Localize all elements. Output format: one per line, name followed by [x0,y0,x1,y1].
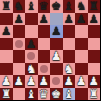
square-f3[interactable]: ♞ [63,63,76,76]
square-c6[interactable] [25,25,38,38]
move-hint-dot[interactable] [15,40,23,48]
square-f2[interactable]: ♟ [63,75,76,88]
square-f6[interactable] [63,25,76,38]
square-c1[interactable]: ♝ [25,88,38,101]
white-bishop: ♝ [26,88,36,101]
black-bishop: ♝ [64,0,74,13]
square-h5[interactable] [88,38,101,51]
square-e4[interactable]: ♟ [50,50,63,63]
square-h4[interactable] [88,50,101,63]
white-bishop: ♝ [64,88,74,101]
white-pawn: ♟ [39,75,49,88]
square-h8[interactable]: ♜ [88,0,101,13]
black-rook: ♜ [89,0,99,13]
white-pawn: ♟ [1,75,11,88]
square-g3[interactable] [75,63,88,76]
black-queen: ♛ [39,0,49,13]
black-bishop: ♝ [26,0,36,13]
square-d7[interactable]: ♟ [38,13,51,26]
square-a8[interactable]: ♜ [0,0,13,13]
square-c4[interactable] [25,50,38,63]
square-a5[interactable] [0,38,13,51]
square-e6[interactable]: ♟ [50,25,63,38]
square-c8[interactable]: ♝ [25,0,38,13]
square-g8[interactable]: ♞ [75,0,88,13]
square-d5[interactable] [38,38,51,51]
square-g6[interactable] [75,25,88,38]
white-king: ♚ [51,88,61,101]
white-pawn: ♟ [76,75,86,88]
chess-board: ♜♞♝♛♚♝♞♜♟♟♟♟♟♟♟♟♟♞♞♟♟♟♟♟♟♟♜♝♛♚♝♜ [0,0,100,100]
square-c7[interactable] [25,13,38,26]
square-h7[interactable]: ♟ [88,13,101,26]
black-pawn: ♟ [51,25,61,38]
square-a6[interactable]: ♟ [0,25,13,38]
black-pawn: ♟ [1,25,11,38]
square-b4[interactable] [13,50,26,63]
white-pawn: ♟ [64,75,74,88]
black-pawn: ♟ [39,13,49,26]
square-b1[interactable] [13,88,26,101]
square-c2[interactable]: ♟ [25,75,38,88]
square-d4[interactable] [38,50,51,63]
square-d2[interactable]: ♟ [38,75,51,88]
white-knight: ♞ [64,63,74,76]
square-g5[interactable] [75,38,88,51]
square-e1[interactable]: ♚ [50,88,63,101]
square-c5[interactable]: ♟ [25,38,38,51]
square-c3[interactable]: ♞ [25,63,38,76]
square-g7[interactable]: ♟ [75,13,88,26]
square-b6[interactable] [13,25,26,38]
move-hint-dot[interactable] [40,65,48,73]
white-pawn: ♟ [14,75,24,88]
square-b5[interactable] [13,38,26,51]
square-f4[interactable] [63,50,76,63]
square-f7[interactable]: ♟ [63,13,76,26]
white-rook: ♜ [1,88,11,101]
white-pawn: ♟ [89,75,99,88]
square-d8[interactable]: ♛ [38,0,51,13]
black-pawn: ♟ [14,13,24,26]
move-hint-dot[interactable] [27,52,35,60]
square-h2[interactable]: ♟ [88,75,101,88]
square-f1[interactable]: ♝ [63,88,76,101]
white-rook: ♜ [89,88,99,101]
square-a2[interactable]: ♟ [0,75,13,88]
square-g4[interactable] [75,50,88,63]
black-king: ♚ [51,0,61,13]
black-knight: ♞ [76,0,86,13]
white-knight: ♞ [26,63,36,76]
square-h3[interactable] [88,63,101,76]
square-e7[interactable] [50,13,63,26]
black-knight: ♞ [14,0,24,13]
black-rook: ♜ [1,0,11,13]
square-e5[interactable] [50,38,63,51]
square-b3[interactable] [13,63,26,76]
square-f5[interactable] [63,38,76,51]
move-hint-dot[interactable] [52,77,60,85]
square-h6[interactable] [88,25,101,38]
square-e8[interactable]: ♚ [50,0,63,13]
square-e3[interactable] [50,63,63,76]
square-d1[interactable]: ♛ [38,88,51,101]
black-pawn: ♟ [26,38,36,51]
square-e2[interactable] [50,75,63,88]
square-a3[interactable] [0,63,13,76]
white-pawn: ♟ [26,75,36,88]
square-d3[interactable] [38,63,51,76]
square-b8[interactable]: ♞ [13,0,26,13]
square-d6[interactable] [38,25,51,38]
square-h1[interactable]: ♜ [88,88,101,101]
square-a1[interactable]: ♜ [0,88,13,101]
square-g1[interactable] [75,88,88,101]
square-a4[interactable] [0,50,13,63]
square-g2[interactable]: ♟ [75,75,88,88]
black-pawn: ♟ [89,13,99,26]
square-f8[interactable]: ♝ [63,0,76,13]
square-b7[interactable]: ♟ [13,13,26,26]
white-pawn: ♟ [51,50,61,63]
black-pawn: ♟ [76,13,86,26]
square-b2[interactable]: ♟ [13,75,26,88]
white-queen: ♛ [39,88,49,101]
square-a7[interactable] [0,13,13,26]
black-pawn: ♟ [64,13,74,26]
